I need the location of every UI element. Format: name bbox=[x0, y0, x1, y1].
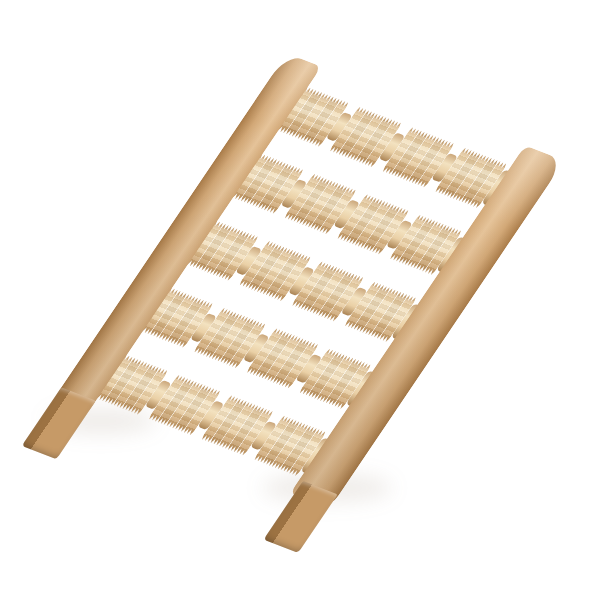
right-rail-foot bbox=[263, 481, 337, 553]
product-photo bbox=[0, 0, 600, 600]
foot-massage-roller bbox=[51, 68, 553, 512]
